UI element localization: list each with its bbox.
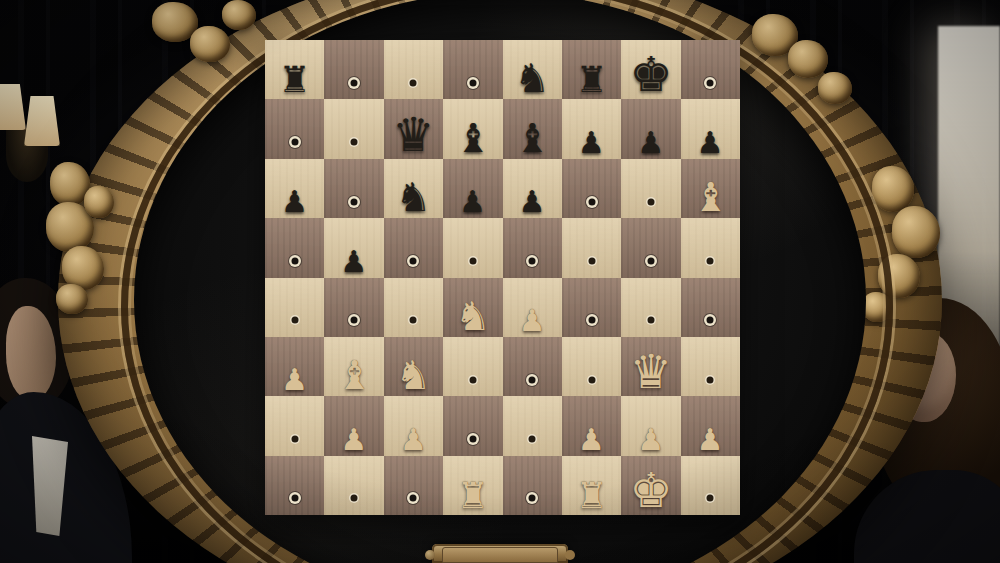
peg-hole [588,257,595,264]
square-e2 [503,396,562,455]
frame-ornament-left [84,186,114,218]
peg-hole [291,436,298,443]
square-c2: ♟ [384,396,443,455]
square-a6: ♟ [265,159,324,218]
square-c7: ♛ [384,99,443,158]
peg-hole [469,436,476,443]
peg-hole [351,198,358,205]
peg-hole [291,495,298,502]
square-g5 [621,218,680,277]
square-b3: ♝ [324,337,383,396]
square-g3: ♛ [621,337,680,396]
peg-hole [469,376,476,383]
frame-ornament-right [872,166,914,212]
white-pawn-h2: ♟ [697,425,724,455]
square-h6: ♝ [681,159,740,218]
peg-hole [291,139,298,146]
peg-hole [529,257,536,264]
square-a2 [265,396,324,455]
square-h4 [681,278,740,337]
black-pawn-a6: ♟ [281,187,308,217]
white-pawn-c2: ♟ [400,425,427,455]
square-g2: ♟ [621,396,680,455]
square-d2 [443,396,502,455]
peg-hole [410,257,417,264]
square-e4: ♟ [503,278,562,337]
peg-hole [529,495,536,502]
square-f5 [562,218,621,277]
square-d8 [443,40,502,99]
square-d1: ♜ [443,456,502,515]
square-f1: ♜ [562,456,621,515]
frame-ornament-top-right [788,40,828,78]
square-a8: ♜ [265,40,324,99]
square-h2: ♟ [681,396,740,455]
white-rook-f1: ♜ [575,478,607,514]
square-f2: ♟ [562,396,621,455]
square-h7: ♟ [681,99,740,158]
peg-hole [351,139,358,146]
black-knight-c6: ♞ [396,177,432,217]
frame-ornament-top-left [222,0,256,30]
square-a7 [265,99,324,158]
square-a3: ♟ [265,337,324,396]
square-c8 [384,40,443,99]
square-f8: ♜ [562,40,621,99]
chessboard: ♜♞♜♚♛♝♝♟♟♟♟♞♟♟♝♟♞♟♟♝♞♛♟♟♟♟♟♜♜♚ [265,40,740,515]
peg-hole [291,257,298,264]
black-pawn-b5: ♟ [341,247,368,277]
peg-hole [588,198,595,205]
frame-ornament-top-left [190,26,230,62]
square-d6: ♟ [443,159,502,218]
white-rook-d1: ♜ [457,478,489,514]
square-g8: ♚ [621,40,680,99]
peg-hole [469,257,476,264]
peg-hole [410,495,417,502]
peg-hole [707,257,714,264]
peg-hole [707,495,714,502]
square-g6 [621,159,680,218]
square-b2: ♟ [324,396,383,455]
square-h3 [681,337,740,396]
square-c5 [384,218,443,277]
square-a4 [265,278,324,337]
black-king-g8: ♚ [629,50,672,98]
black-pawn-e6: ♟ [519,187,546,217]
square-b4 [324,278,383,337]
frame-ornament-top-right [818,72,852,104]
black-rook-a8: ♜ [279,62,311,98]
black-pawn-f7: ♟ [578,128,605,158]
square-e7: ♝ [503,99,562,158]
square-b5: ♟ [324,218,383,277]
square-b1 [324,456,383,515]
square-d4: ♞ [443,278,502,337]
square-d3 [443,337,502,396]
peg-hole [588,317,595,324]
peg-hole [529,436,536,443]
peg-hole [410,79,417,86]
square-e3 [503,337,562,396]
square-g4 [621,278,680,337]
square-e8: ♞ [503,40,562,99]
square-e5 [503,218,562,277]
frame-ornament-right [892,206,940,258]
square-b7 [324,99,383,158]
frame-ornament-left [56,284,88,314]
peg-hole [707,317,714,324]
black-rook-f8: ♜ [575,62,607,98]
black-pawn-h7: ♟ [697,128,724,158]
square-f6 [562,159,621,218]
square-g7: ♟ [621,99,680,158]
peg-hole [647,198,654,205]
square-b8 [324,40,383,99]
square-f3 [562,337,621,396]
square-f4 [562,278,621,337]
scene: ♜♞♜♚♛♝♝♟♟♟♟♞♟♟♝♟♞♟♟♝♞♛♟♟♟♟♟♜♜♚ [0,0,1000,563]
square-f7: ♟ [562,99,621,158]
white-queen-g3: ♛ [630,348,672,395]
peg-hole [469,79,476,86]
peg-hole [707,376,714,383]
square-d5 [443,218,502,277]
peg-hole [588,376,595,383]
square-h1 [681,456,740,515]
square-c1 [384,456,443,515]
square-a1 [265,456,324,515]
peg-hole [647,257,654,264]
white-pawn-g2: ♟ [637,425,664,455]
white-knight-d4: ♞ [455,296,491,336]
black-knight-e8: ♞ [514,58,550,98]
peg-hole [351,79,358,86]
square-e6: ♟ [503,159,562,218]
square-e1 [503,456,562,515]
white-knight-c3: ♞ [396,355,432,395]
peg-hole [291,317,298,324]
square-b6 [324,159,383,218]
square-c6: ♞ [384,159,443,218]
white-pawn-a3: ♟ [281,365,308,395]
peg-hole [410,317,417,324]
black-bishop-d7: ♝ [455,118,491,158]
frame-crest-plaque [432,544,568,563]
peg-hole [351,495,358,502]
square-c4 [384,278,443,337]
square-g1: ♚ [621,456,680,515]
peg-hole [529,376,536,383]
black-pawn-g7: ♟ [637,128,664,158]
square-c3: ♞ [384,337,443,396]
square-h8 [681,40,740,99]
white-bishop-h6: ♝ [692,177,728,217]
peg-hole [707,79,714,86]
black-pawn-d6: ♟ [459,187,486,217]
square-h5 [681,218,740,277]
black-queen-c7: ♛ [392,111,434,158]
peg-hole [351,317,358,324]
peg-hole [647,317,654,324]
white-pawn-e4: ♟ [519,306,546,336]
white-king-g1: ♚ [629,466,672,514]
white-pawn-f2: ♟ [578,425,605,455]
black-bishop-e7: ♝ [514,118,550,158]
square-d7: ♝ [443,99,502,158]
white-bishop-b3: ♝ [336,355,372,395]
square-a5 [265,218,324,277]
white-pawn-b2: ♟ [341,425,368,455]
